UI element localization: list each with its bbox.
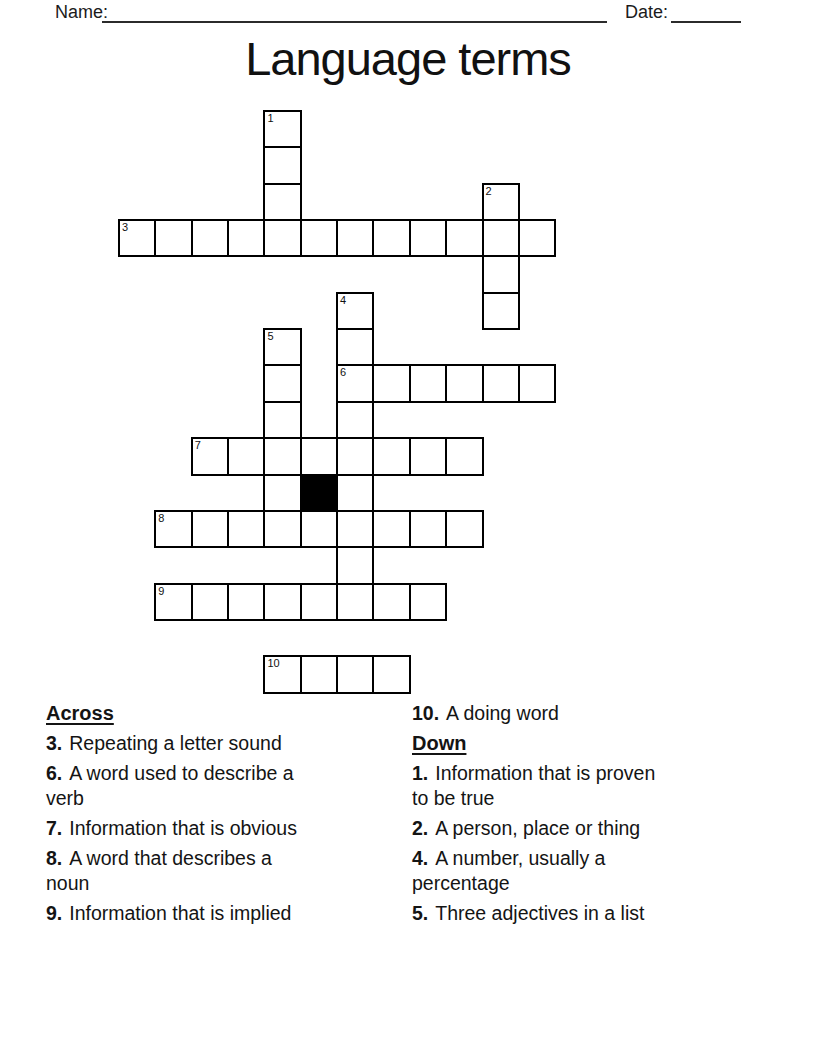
grid-cell-r8c4[interactable] <box>263 401 301 439</box>
grid-cell-r11c8[interactable] <box>409 510 447 548</box>
grid-cell-r10c4[interactable] <box>263 474 301 512</box>
clue-text: A word used to describe a verb <box>46 762 294 809</box>
clue-across-8: 8.A word that describes a noun <box>46 846 391 896</box>
grid-cell-r13c5[interactable] <box>300 583 338 621</box>
grid-cell-r9c7[interactable] <box>372 437 410 475</box>
grid-cell-r1c4[interactable] <box>263 146 301 184</box>
clue-text: Repeating a letter sound <box>69 732 281 754</box>
grid-cell-r11c3[interactable] <box>227 510 265 548</box>
clue-text: Information that is proven to be true <box>412 762 655 809</box>
clue-number-7: 7 <box>195 440 201 451</box>
clue-text: Information that is obvious <box>69 817 297 839</box>
across-header: Across <box>46 701 391 726</box>
grid-cell-r7c10[interactable] <box>482 364 520 402</box>
grid-cell-r4c10[interactable] <box>482 255 520 293</box>
clue-number-label: 8. <box>46 847 62 869</box>
clue-down-1: 1.Information that is proven to be true <box>412 761 762 811</box>
clue-text: A word that describes a noun <box>46 847 272 894</box>
clue-number-2: 2 <box>486 186 492 197</box>
clue-number-5: 5 <box>267 331 273 342</box>
grid-cell-r13c2[interactable] <box>191 583 229 621</box>
down-header: Down <box>412 731 762 756</box>
clue-number-6: 6 <box>340 367 346 378</box>
grid-cell-r3c7[interactable] <box>372 219 410 257</box>
clue-down-2: 2.A person, place or thing <box>412 816 762 841</box>
grid-cell-r2c4[interactable] <box>263 183 301 221</box>
clue-number-label: 10. <box>412 702 439 724</box>
clue-down-4: 4.A number, usually a percentage <box>412 846 762 896</box>
clue-across-6: 6.A word used to describe a verb <box>46 761 391 811</box>
grid-cell-r3c3[interactable] <box>227 219 265 257</box>
clue-across-3: 3.Repeating a letter sound <box>46 731 391 756</box>
grid-cell-r3c8[interactable] <box>409 219 447 257</box>
grid-cell-r11c2[interactable] <box>191 510 229 548</box>
grid-cell-r6c6[interactable] <box>336 328 374 366</box>
clue-text: Information that is implied <box>69 902 291 924</box>
grid-cell-r15c5[interactable] <box>300 655 338 693</box>
clue-number-3: 3 <box>122 222 128 233</box>
grid-cell-r5c10[interactable] <box>482 292 520 330</box>
grid-cell-r10c6[interactable] <box>336 474 374 512</box>
clue-number-9: 9 <box>158 586 164 597</box>
grid-cell-r9c8[interactable] <box>409 437 447 475</box>
clue-number-label: 4. <box>412 847 428 869</box>
grid-cell-r8c6[interactable] <box>336 401 374 439</box>
clue-number-1: 1 <box>267 113 273 124</box>
clue-text: Three adjectives in a list <box>435 902 644 924</box>
down-clues-column: 10.A doing word Down 1.Information that … <box>412 701 762 931</box>
grid-cell-r15c6[interactable] <box>336 655 374 693</box>
name-input-line[interactable] <box>102 3 607 23</box>
grid-cell-r15c7[interactable] <box>372 655 410 693</box>
grid-cell-r9c6[interactable] <box>336 437 374 475</box>
clue-number-8: 8 <box>158 513 164 524</box>
clue-number-label: 7. <box>46 817 62 839</box>
clue-number-label: 6. <box>46 762 62 784</box>
grid-cell-r12c6[interactable] <box>336 546 374 584</box>
clue-number-label: 2. <box>412 817 428 839</box>
date-input-line[interactable] <box>671 3 741 23</box>
date-label: Date: <box>625 2 668 23</box>
grid-cell-r13c4[interactable] <box>263 583 301 621</box>
grid-cell-r9c9[interactable] <box>445 437 483 475</box>
grid-cell-r3c11[interactable] <box>518 219 556 257</box>
clue-number-4: 4 <box>340 295 346 306</box>
grid-cell-r13c3[interactable] <box>227 583 265 621</box>
crossword-worksheet-page: Name: Date: Language terms 12345678910 A… <box>0 0 816 1056</box>
grid-cell-r13c7[interactable] <box>372 583 410 621</box>
grid-cell-r3c10[interactable] <box>482 219 520 257</box>
clue-across-10: 10.A doing word <box>412 701 762 726</box>
clue-number-label: 3. <box>46 732 62 754</box>
grid-cell-r13c6[interactable] <box>336 583 374 621</box>
grid-cell-r7c9[interactable] <box>445 364 483 402</box>
grid-cell-r7c7[interactable] <box>372 364 410 402</box>
grid-cell-r7c8[interactable] <box>409 364 447 402</box>
grid-cell-r9c4[interactable] <box>263 437 301 475</box>
grid-cell-r3c9[interactable] <box>445 219 483 257</box>
clue-text: A number, usually a percentage <box>412 847 605 894</box>
clue-across-9: 9.Information that is implied <box>46 901 391 926</box>
clue-number-label: 9. <box>46 902 62 924</box>
grid-cell-r3c6[interactable] <box>336 219 374 257</box>
clue-number-10: 10 <box>267 658 279 669</box>
grid-cell-r9c5[interactable] <box>300 437 338 475</box>
blocked-cell-r10c5 <box>300 474 338 512</box>
grid-cell-r11c9[interactable] <box>445 510 483 548</box>
clue-across-7: 7.Information that is obvious <box>46 816 391 841</box>
grid-cell-r9c3[interactable] <box>227 437 265 475</box>
grid-cell-r11c5[interactable] <box>300 510 338 548</box>
grid-cell-r3c2[interactable] <box>191 219 229 257</box>
grid-cell-r3c1[interactable] <box>154 219 192 257</box>
clue-text: A person, place or thing <box>435 817 640 839</box>
crossword-grid: 12345678910 <box>118 110 558 695</box>
grid-cell-r3c4[interactable] <box>263 219 301 257</box>
grid-cell-r11c6[interactable] <box>336 510 374 548</box>
clue-down-5: 5.Three adjectives in a list <box>412 901 762 926</box>
grid-cell-r3c5[interactable] <box>300 219 338 257</box>
across-clues-column: Across 3.Repeating a letter sound 6.A wo… <box>46 701 391 931</box>
grid-cell-r7c11[interactable] <box>518 364 556 402</box>
clue-number-label: 1. <box>412 762 428 784</box>
clue-number-label: 5. <box>412 902 428 924</box>
clue-text: A doing word <box>446 702 559 724</box>
page-title: Language terms <box>0 35 816 82</box>
grid-cell-r13c8[interactable] <box>409 583 447 621</box>
grid-cell-r11c4[interactable] <box>263 510 301 548</box>
grid-cell-r11c7[interactable] <box>372 510 410 548</box>
name-label: Name: <box>55 2 108 23</box>
grid-cell-r7c4[interactable] <box>263 364 301 402</box>
